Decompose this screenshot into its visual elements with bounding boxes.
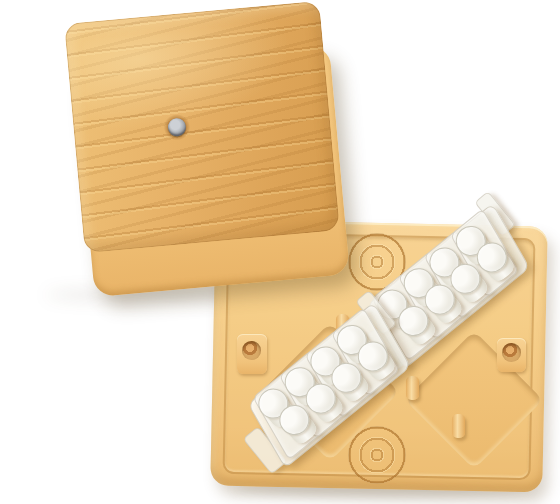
lid-wood-top (64, 1, 340, 253)
stage (0, 0, 560, 504)
lid-screw-icon (167, 117, 187, 137)
lid-screw-recess (163, 113, 191, 141)
